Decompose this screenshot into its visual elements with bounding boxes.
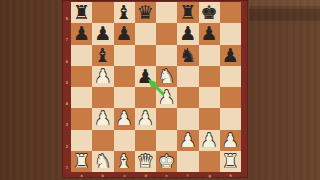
black-pawn-a7[interactable]: ♟ — [73, 24, 90, 43]
square-d8[interactable]: ♛ — [135, 2, 156, 23]
square-h5[interactable] — [220, 66, 241, 87]
square-a6[interactable] — [71, 45, 92, 66]
rank-label-6: 6 — [65, 54, 70, 65]
black-pawn-c7[interactable]: ♟ — [116, 24, 133, 43]
square-h2[interactable]: ♟ — [220, 130, 241, 151]
rank-labels: 87654321 — [62, 2, 71, 172]
white-pawn-b3[interactable]: ♟ — [94, 109, 111, 128]
square-g6[interactable] — [199, 45, 220, 66]
file-label-b: b — [98, 173, 109, 178]
black-bishop-b6[interactable]: ♝ — [94, 45, 111, 64]
file-label-f: f — [183, 173, 194, 178]
rank-label-7: 7 — [65, 32, 70, 43]
square-h7[interactable] — [220, 23, 241, 44]
file-label-d: d — [140, 173, 151, 178]
square-c1[interactable]: ♝ — [114, 151, 135, 172]
square-f8[interactable]: ♜ — [177, 2, 198, 23]
white-pawn-c3[interactable]: ♟ — [116, 109, 133, 128]
square-b5[interactable]: ♟ — [92, 66, 113, 87]
square-f2[interactable]: ♟ — [177, 130, 198, 151]
white-knight-b1[interactable]: ♞ — [94, 151, 111, 170]
square-h1[interactable]: ♜ — [220, 151, 241, 172]
square-c6[interactable] — [114, 45, 135, 66]
black-pawn-d5[interactable]: ♟ — [137, 66, 154, 85]
square-h6[interactable]: ♟ — [220, 45, 241, 66]
square-c2[interactable] — [114, 130, 135, 151]
square-g2[interactable]: ♟ — [199, 130, 220, 151]
rank-label-2: 2 — [65, 139, 70, 150]
rank-label-1: 1 — [65, 160, 70, 171]
black-knight-f6[interactable]: ♞ — [179, 45, 196, 64]
square-d6[interactable] — [135, 45, 156, 66]
square-h8[interactable] — [220, 2, 241, 23]
rank-label-5: 5 — [65, 75, 70, 86]
square-d3[interactable]: ♟ — [135, 108, 156, 129]
square-a1[interactable]: ♜ — [71, 151, 92, 172]
white-pawn-e4[interactable]: ♟ — [158, 88, 175, 107]
rank-label-3: 3 — [65, 117, 70, 128]
square-c3[interactable]: ♟ — [114, 108, 135, 129]
square-b6[interactable]: ♝ — [92, 45, 113, 66]
square-a3[interactable] — [71, 108, 92, 129]
square-d7[interactable] — [135, 23, 156, 44]
white-knight-e5[interactable]: ♞ — [158, 66, 175, 85]
square-f5[interactable] — [177, 66, 198, 87]
square-b3[interactable]: ♟ — [92, 108, 113, 129]
square-c7[interactable]: ♟ — [114, 23, 135, 44]
square-e7[interactable] — [156, 23, 177, 44]
square-e2[interactable] — [156, 130, 177, 151]
square-e8[interactable] — [156, 2, 177, 23]
square-d1[interactable]: ♛ — [135, 151, 156, 172]
rank-label-8: 8 — [65, 11, 70, 22]
square-f7[interactable]: ♟ — [177, 23, 198, 44]
square-c8[interactable]: ♝ — [114, 2, 135, 23]
black-pawn-g7[interactable]: ♟ — [201, 24, 218, 43]
black-pawn-f7[interactable]: ♟ — [179, 24, 196, 43]
square-e6[interactable] — [156, 45, 177, 66]
square-c5[interactable] — [114, 66, 135, 87]
square-e4[interactable]: ♟ — [156, 87, 177, 108]
black-queen-d8[interactable]: ♛ — [137, 3, 154, 22]
square-a7[interactable]: ♟ — [71, 23, 92, 44]
square-b8[interactable] — [92, 2, 113, 23]
square-d4[interactable] — [135, 87, 156, 108]
square-b1[interactable]: ♞ — [92, 151, 113, 172]
square-b4[interactable] — [92, 87, 113, 108]
square-b7[interactable]: ♟ — [92, 23, 113, 44]
square-e3[interactable] — [156, 108, 177, 129]
black-rook-a8[interactable]: ♜ — [73, 3, 90, 22]
chess-board-frame: 87654321 abcdefgh ♜♝♛♜♚♟♟♟♟♟♝♞♟♟♟♞♟♟♟♟♟♟… — [62, 0, 248, 178]
square-a2[interactable] — [71, 130, 92, 151]
square-g3[interactable] — [199, 108, 220, 129]
white-pawn-b5[interactable]: ♟ — [94, 66, 111, 85]
square-b2[interactable] — [92, 130, 113, 151]
white-bishop-c1[interactable]: ♝ — [116, 151, 133, 170]
square-a5[interactable] — [71, 66, 92, 87]
square-a4[interactable] — [71, 87, 92, 108]
file-label-c: c — [119, 173, 130, 178]
black-rook-f8[interactable]: ♜ — [179, 3, 196, 22]
rank-label-4: 4 — [65, 96, 70, 107]
square-e1[interactable]: ♚ — [156, 151, 177, 172]
file-label-e: e — [161, 173, 172, 178]
square-a8[interactable]: ♜ — [71, 2, 92, 23]
file-label-a: a — [76, 173, 87, 178]
white-rook-h1[interactable]: ♜ — [222, 151, 239, 170]
black-king-g8[interactable]: ♚ — [201, 3, 218, 22]
square-g8[interactable]: ♚ — [199, 2, 220, 23]
square-h3[interactable] — [220, 108, 241, 129]
square-g4[interactable] — [199, 87, 220, 108]
black-pawn-h6[interactable]: ♟ — [222, 45, 239, 64]
square-f4[interactable] — [177, 87, 198, 108]
square-g5[interactable] — [199, 66, 220, 87]
black-pawn-b7[interactable]: ♟ — [94, 24, 111, 43]
white-pawn-d3[interactable]: ♟ — [137, 109, 154, 128]
black-bishop-c8[interactable]: ♝ — [116, 3, 133, 22]
square-h4[interactable] — [220, 87, 241, 108]
square-g1[interactable] — [199, 151, 220, 172]
file-label-g: g — [204, 173, 215, 178]
square-d5[interactable]: ♟ — [135, 66, 156, 87]
file-label-h: h — [225, 173, 236, 178]
square-f1[interactable] — [177, 151, 198, 172]
white-pawn-h2[interactable]: ♟ — [222, 130, 239, 149]
file-labels: abcdefgh — [71, 172, 241, 178]
board-squares: ♜♝♛♜♚♟♟♟♟♟♝♞♟♟♟♞♟♟♟♟♟♟♟♜♞♝♛♚♜ — [71, 2, 241, 172]
square-e5[interactable]: ♞ — [156, 66, 177, 87]
white-pawn-g2[interactable]: ♟ — [201, 130, 218, 149]
white-queen-d1[interactable]: ♛ — [137, 151, 154, 170]
white-pawn-f2[interactable]: ♟ — [179, 130, 196, 149]
square-g7[interactable]: ♟ — [199, 23, 220, 44]
square-c4[interactable] — [114, 87, 135, 108]
square-f6[interactable]: ♞ — [177, 45, 198, 66]
square-d2[interactable] — [135, 130, 156, 151]
white-rook-a1[interactable]: ♜ — [73, 151, 90, 170]
square-f3[interactable] — [177, 108, 198, 129]
white-king-e1[interactable]: ♚ — [158, 151, 175, 170]
